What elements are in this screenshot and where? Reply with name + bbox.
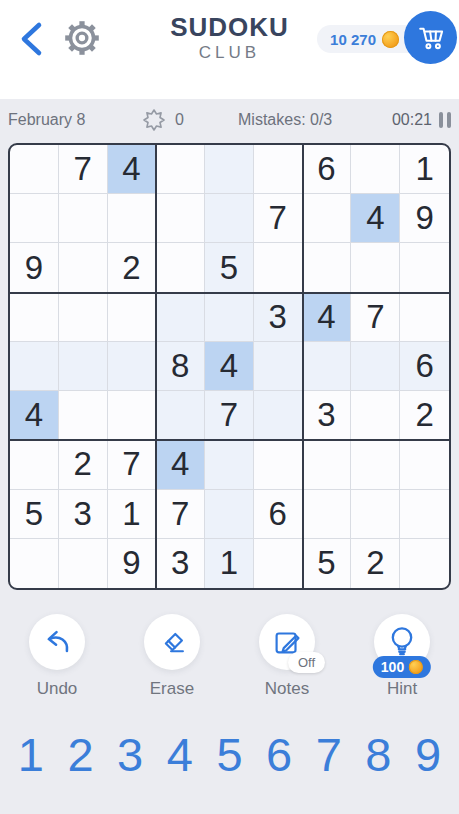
timer-label: 00:21 <box>392 111 432 129</box>
cell-r9c4[interactable]: 3 <box>156 539 205 588</box>
cell-r2c7[interactable] <box>303 194 352 243</box>
numpad-4[interactable]: 4 <box>158 712 202 798</box>
erase-label: Erase <box>150 679 194 699</box>
cell-r4c2[interactable] <box>59 293 108 342</box>
undo-button[interactable]: Undo <box>19 614 95 699</box>
trophy-burst-icon <box>142 108 166 132</box>
sudoku-board: 746174992534784647322745317693152 <box>8 143 451 590</box>
cell-r6c5[interactable]: 7 <box>205 391 254 440</box>
cell-r7c6[interactable] <box>254 440 303 489</box>
numpad-3[interactable]: 3 <box>108 712 152 798</box>
toolbar: Undo Erase <box>0 614 459 699</box>
cell-r7c4[interactable]: 4 <box>156 440 205 489</box>
settings-button[interactable] <box>58 14 106 62</box>
cell-r2c3[interactable] <box>108 194 157 243</box>
coin-icon <box>382 31 399 48</box>
cell-r3c9[interactable] <box>400 243 449 292</box>
cell-r4c1[interactable] <box>10 293 59 342</box>
cell-r6c1[interactable]: 4 <box>10 391 59 440</box>
cell-r1c4[interactable] <box>156 145 205 194</box>
cell-r7c1[interactable] <box>10 440 59 489</box>
coin-amount: 10 270 <box>330 31 376 48</box>
cell-r1c3[interactable]: 4 <box>108 145 157 194</box>
cell-r6c8[interactable] <box>351 391 400 440</box>
mistakes-label: Mistakes: 0/3 <box>238 111 332 129</box>
cell-r9c2[interactable] <box>59 539 108 588</box>
cell-r4c3[interactable] <box>108 293 157 342</box>
cell-r4c8[interactable]: 7 <box>351 293 400 342</box>
cell-r5c3[interactable] <box>108 342 157 391</box>
cell-r2c2[interactable] <box>59 194 108 243</box>
hint-label: Hint <box>387 679 417 699</box>
cell-r2c1[interactable] <box>10 194 59 243</box>
cell-r5c9[interactable]: 6 <box>400 342 449 391</box>
header: SUDOKU CLUB 10 270 <box>0 0 459 99</box>
cell-r3c1[interactable]: 9 <box>10 243 59 292</box>
cell-r4c9[interactable] <box>400 293 449 342</box>
cell-r1c1[interactable] <box>10 145 59 194</box>
cell-r5c5[interactable]: 4 <box>205 342 254 391</box>
cell-r9c7[interactable]: 5 <box>303 539 352 588</box>
cell-r1c5[interactable] <box>205 145 254 194</box>
cell-r1c6[interactable] <box>254 145 303 194</box>
hint-cost-value: 100 <box>381 659 404 675</box>
cell-r5c7[interactable] <box>303 342 352 391</box>
cell-r5c8[interactable] <box>351 342 400 391</box>
cell-r7c9[interactable] <box>400 440 449 489</box>
shopping-cart-icon <box>417 24 445 52</box>
cell-r7c3[interactable]: 7 <box>108 440 157 489</box>
pause-button[interactable] <box>436 111 454 129</box>
chevron-left-icon <box>18 21 44 57</box>
cell-r5c6[interactable] <box>254 342 303 391</box>
cell-r1c9[interactable]: 1 <box>400 145 449 194</box>
notes-off-badge: Off <box>288 652 325 673</box>
cell-r1c2[interactable]: 7 <box>59 145 108 194</box>
cell-r9c5[interactable]: 1 <box>205 539 254 588</box>
sudoku-grid: 746174992534784647322745317693152 <box>10 145 449 588</box>
gear-icon <box>61 17 103 59</box>
cell-r6c7[interactable]: 3 <box>303 391 352 440</box>
cell-r4c7[interactable]: 4 <box>303 293 352 342</box>
cell-r1c7[interactable]: 6 <box>303 145 352 194</box>
numpad-8[interactable]: 8 <box>356 712 400 798</box>
cell-r6c6[interactable] <box>254 391 303 440</box>
cell-r6c9[interactable]: 2 <box>400 391 449 440</box>
cell-r9c1[interactable] <box>10 539 59 588</box>
cell-r8c6[interactable]: 6 <box>254 490 303 539</box>
score-value: 0 <box>175 111 184 129</box>
erase-button[interactable]: Erase <box>134 614 210 699</box>
cell-r5c1[interactable] <box>10 342 59 391</box>
cell-r8c9[interactable] <box>400 490 449 539</box>
status-bar: February 8 0 Mistakes: 0/3 00:21 <box>0 99 459 143</box>
cell-r5c4[interactable]: 8 <box>156 342 205 391</box>
cell-r6c2[interactable] <box>59 391 108 440</box>
cell-r6c4[interactable] <box>156 391 205 440</box>
cell-r3c8[interactable] <box>351 243 400 292</box>
date-label: February 8 <box>8 111 85 129</box>
cell-r7c8[interactable] <box>351 440 400 489</box>
number-pad: 123456789 <box>0 712 459 798</box>
cell-r4c4[interactable] <box>156 293 205 342</box>
numpad-5[interactable]: 5 <box>207 712 251 798</box>
cell-r4c6[interactable]: 3 <box>254 293 303 342</box>
pause-icon <box>439 112 443 128</box>
cell-r8c5[interactable] <box>205 490 254 539</box>
notes-button[interactable]: Off Notes <box>249 614 325 699</box>
cell-r2c8[interactable]: 4 <box>351 194 400 243</box>
cell-r7c5[interactable] <box>205 440 254 489</box>
cell-r8c3[interactable]: 1 <box>108 490 157 539</box>
score-indicator: 0 <box>142 108 184 132</box>
cell-r8c7[interactable] <box>303 490 352 539</box>
cell-r8c8[interactable] <box>351 490 400 539</box>
eraser-icon <box>155 625 189 659</box>
cell-r3c6[interactable] <box>254 243 303 292</box>
numpad-7[interactable]: 7 <box>307 712 351 798</box>
cell-r7c7[interactable] <box>303 440 352 489</box>
coin-icon <box>409 660 423 674</box>
cell-r4c5[interactable] <box>205 293 254 342</box>
lightbulb-icon <box>384 624 420 660</box>
cell-r7c2[interactable]: 2 <box>59 440 108 489</box>
cell-r2c9[interactable]: 9 <box>400 194 449 243</box>
cell-r9c9[interactable] <box>400 539 449 588</box>
numpad-2[interactable]: 2 <box>58 712 102 798</box>
cell-r8c2[interactable]: 3 <box>59 490 108 539</box>
undo-arrow-icon <box>40 625 74 659</box>
numpad-9[interactable]: 9 <box>406 712 450 798</box>
cell-r2c6[interactable]: 7 <box>254 194 303 243</box>
undo-label: Undo <box>37 679 78 699</box>
cell-r5c2[interactable] <box>59 342 108 391</box>
numpad-1[interactable]: 1 <box>9 712 53 798</box>
cell-r8c4[interactable]: 7 <box>156 490 205 539</box>
cell-r2c5[interactable] <box>205 194 254 243</box>
cell-r3c3[interactable]: 2 <box>108 243 157 292</box>
cell-r9c3[interactable]: 9 <box>108 539 157 588</box>
cell-r3c4[interactable] <box>156 243 205 292</box>
cell-r8c1[interactable]: 5 <box>10 490 59 539</box>
cell-r3c2[interactable] <box>59 243 108 292</box>
numpad-6[interactable]: 6 <box>257 712 301 798</box>
hint-cost-badge: 100 <box>373 656 431 678</box>
notes-label: Notes <box>265 679 309 699</box>
cell-r1c8[interactable] <box>351 145 400 194</box>
cell-r3c7[interactable] <box>303 243 352 292</box>
hint-button[interactable]: 100 Hint <box>364 614 440 699</box>
cell-r9c8[interactable]: 2 <box>351 539 400 588</box>
shop-button[interactable] <box>404 11 457 64</box>
cell-r2c4[interactable] <box>156 194 205 243</box>
cell-r6c3[interactable] <box>108 391 157 440</box>
cell-r9c6[interactable] <box>254 539 303 588</box>
back-button[interactable] <box>12 18 50 60</box>
cell-r3c5[interactable]: 5 <box>205 243 254 292</box>
